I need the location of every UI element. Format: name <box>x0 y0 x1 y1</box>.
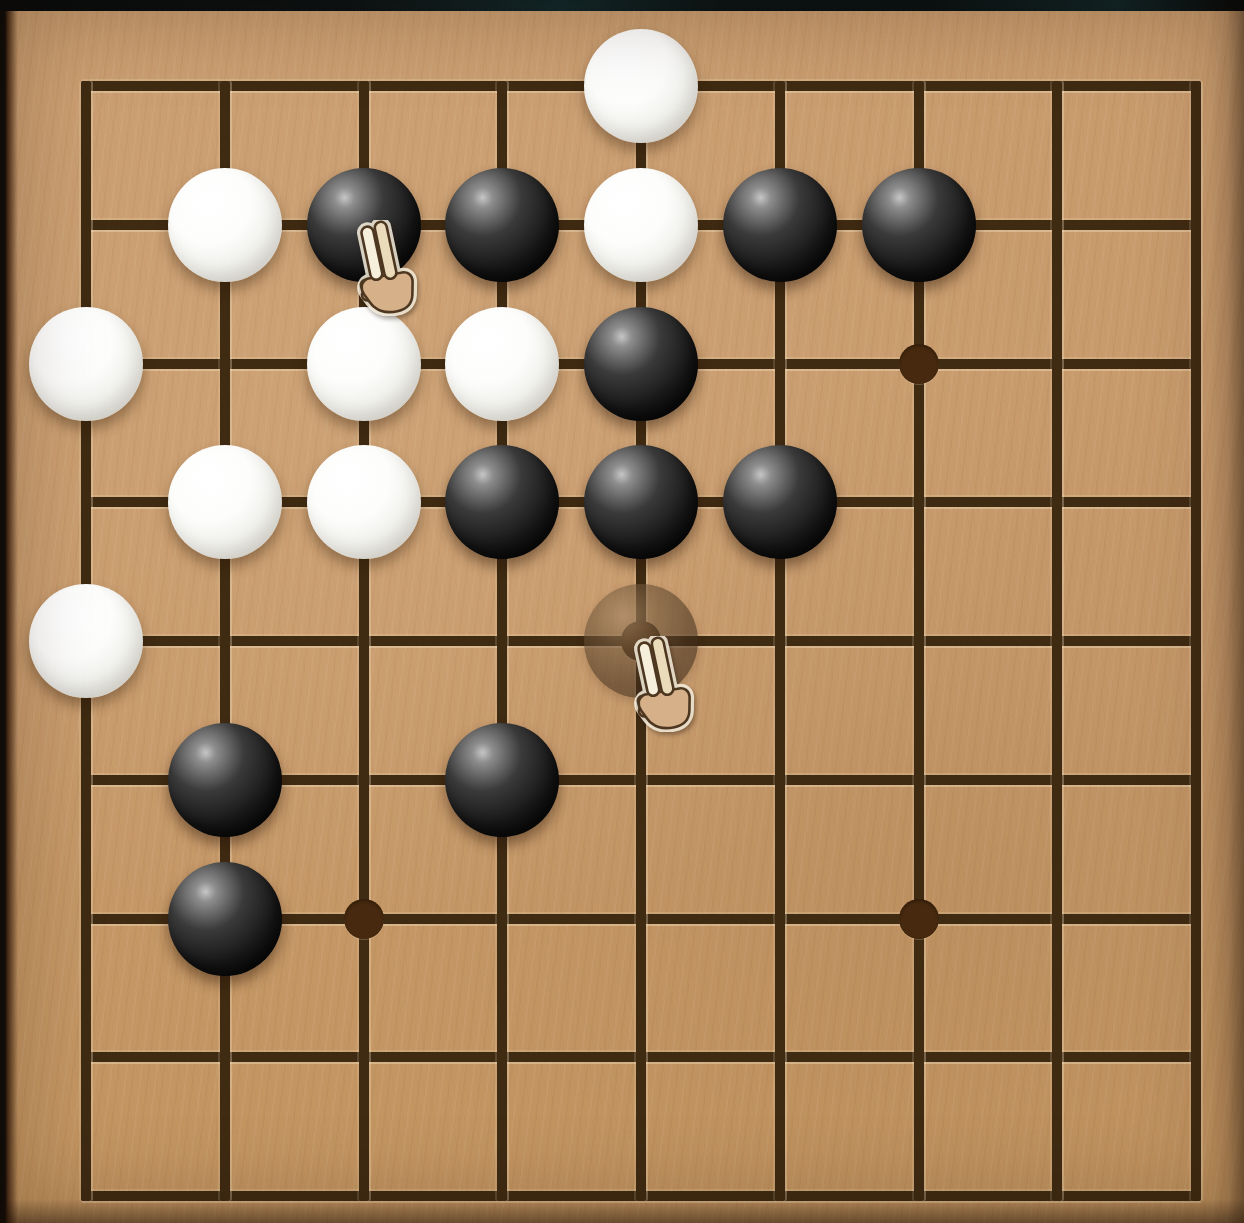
white-stone <box>307 307 421 421</box>
background-top-strip <box>0 0 1244 11</box>
black-stone <box>584 307 698 421</box>
white-stone <box>307 445 421 559</box>
white-stone <box>29 307 143 421</box>
go-game-screen: 9x9 goban <box>0 0 1244 1223</box>
black-stone <box>445 168 559 282</box>
board-right-edge-shadow <box>1210 0 1244 1223</box>
white-stone <box>584 168 698 282</box>
white-stone <box>29 584 143 698</box>
board-left-edge-shadow <box>0 0 18 1223</box>
black-stone <box>445 723 559 837</box>
black-stone <box>307 168 421 282</box>
black-stone <box>584 445 698 559</box>
black-stone <box>445 445 559 559</box>
white-stone <box>445 307 559 421</box>
black-stone <box>723 445 837 559</box>
black-stone <box>723 168 837 282</box>
board-bottom-edge-shadow <box>0 1199 1244 1223</box>
white-stone <box>168 445 282 559</box>
ghost-stone-preview[interactable] <box>584 584 698 698</box>
white-stone <box>168 168 282 282</box>
black-stone <box>862 168 976 282</box>
white-stone <box>584 29 698 143</box>
black-stone <box>168 723 282 837</box>
black-stone <box>168 862 282 976</box>
